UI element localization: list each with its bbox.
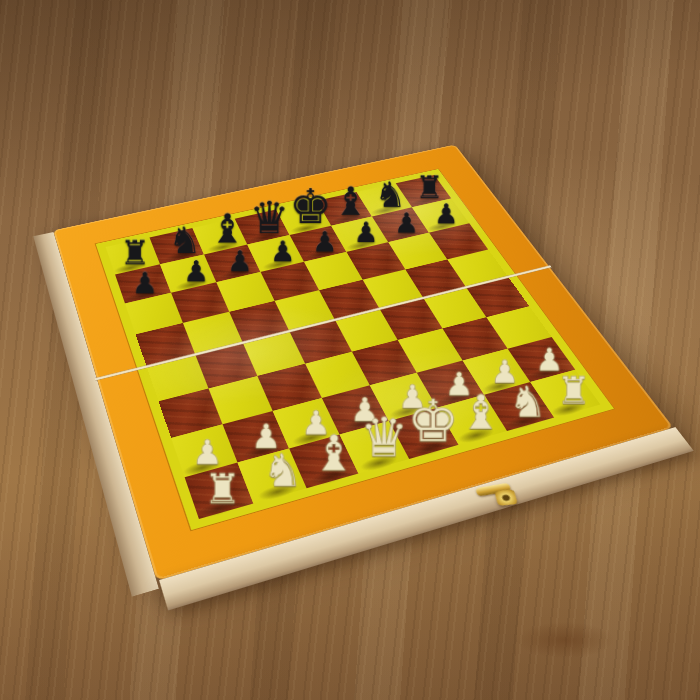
piece-white-rook: ♜: [557, 372, 591, 410]
piece-black-pawn: ♟: [354, 219, 379, 247]
photo-scene: ♜♞♝♛♚♝♞♜♟♟♟♟♟♟♟♟♟♟♟♟♟♟♟♟♜♞♝♛♚♝♞♜: [0, 0, 700, 700]
latch-plate: [495, 489, 518, 505]
piece-black-king: ♚: [289, 183, 332, 231]
piece-white-knight: ♞: [262, 448, 303, 493]
piece-white-bishop: ♝: [312, 429, 356, 478]
piece-white-rook: ♜: [204, 469, 241, 510]
latch-bar: [475, 483, 511, 497]
piece-black-pawn: ♟: [227, 247, 253, 276]
piece-black-pawn: ♟: [394, 210, 419, 238]
piece-black-queen: ♛: [250, 195, 290, 239]
piece-white-bishop: ♝: [460, 389, 503, 437]
piece-white-queen: ♛: [360, 410, 409, 464]
piece-white-king: ♚: [407, 392, 459, 450]
piece-black-knight: ♞: [168, 222, 201, 259]
piece-black-pawn: ♟: [132, 269, 158, 298]
piece-black-pawn: ♟: [183, 257, 209, 286]
square-a6: [125, 293, 183, 334]
piece-black-pawn: ♟: [270, 238, 296, 266]
piece-black-pawn: ♟: [434, 201, 459, 228]
piece-black-pawn: ♟: [312, 228, 337, 256]
piece-white-knight: ♞: [509, 381, 547, 424]
piece-black-bishop: ♝: [210, 209, 246, 249]
